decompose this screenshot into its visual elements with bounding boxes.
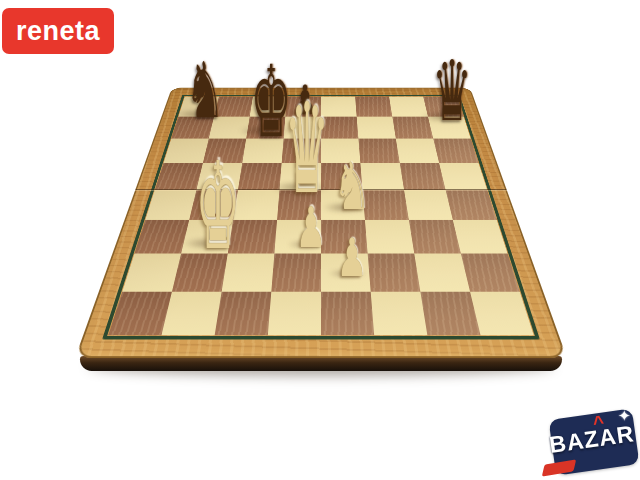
square-d3 — [274, 220, 321, 254]
square-h6 — [433, 139, 478, 163]
square-b2 — [172, 254, 228, 292]
square-f5 — [360, 163, 404, 190]
square-b4 — [189, 190, 238, 220]
square-d6 — [282, 139, 321, 163]
square-a3 — [134, 220, 189, 254]
square-f1 — [371, 292, 428, 336]
square-b7 — [209, 117, 250, 139]
square-e7 — [321, 117, 358, 139]
square-c1 — [215, 292, 272, 336]
square-e5 — [321, 163, 363, 190]
square-d2 — [271, 254, 321, 292]
square-c3 — [228, 220, 277, 254]
store-logo-badge[interactable]: reneta — [2, 8, 114, 54]
square-f7 — [357, 117, 396, 139]
square-b6 — [203, 139, 246, 163]
square-g6 — [396, 139, 439, 163]
square-e6 — [321, 139, 360, 163]
square-c6 — [242, 139, 283, 163]
square-b3 — [181, 220, 233, 254]
square-e2 — [321, 254, 371, 292]
square-b5 — [196, 163, 242, 190]
marketplace-logo[interactable]: ✦ ^ BAZAR — [546, 400, 640, 480]
square-e3 — [321, 220, 368, 254]
product-photo-canvas: reneta ♟♞♛♚♛♞♚♟♟ ✦ ^ BAZAR — [0, 0, 640, 480]
square-a5 — [155, 163, 203, 190]
square-c8 — [250, 97, 287, 117]
store-logo-text: reneta — [16, 18, 100, 45]
square-g7 — [392, 117, 433, 139]
square-d8 — [285, 97, 321, 117]
square-d5 — [279, 163, 321, 190]
square-a6 — [164, 139, 209, 163]
square-g4 — [404, 190, 453, 220]
square-d4 — [277, 190, 321, 220]
square-h7 — [428, 117, 471, 139]
square-c7 — [246, 117, 285, 139]
square-f2 — [368, 254, 421, 292]
square-e1 — [321, 292, 374, 336]
square-d7 — [284, 117, 321, 139]
square-e8 — [321, 97, 357, 117]
square-g8 — [389, 97, 428, 117]
square-d1 — [268, 292, 321, 336]
board-side-edge — [80, 356, 562, 371]
square-f4 — [363, 190, 409, 220]
square-c2 — [222, 254, 275, 292]
square-f6 — [358, 139, 399, 163]
square-h8 — [423, 97, 463, 117]
board-plane — [75, 88, 567, 358]
square-f3 — [365, 220, 414, 254]
square-c5 — [238, 163, 282, 190]
square-b8 — [214, 97, 253, 117]
square-f8 — [355, 97, 392, 117]
square-a7 — [171, 117, 214, 139]
square-e4 — [321, 190, 365, 220]
logo-red-ribbon — [542, 459, 576, 476]
square-b1 — [161, 292, 221, 336]
square-a8 — [178, 97, 218, 117]
square-g5 — [400, 163, 446, 190]
square-c4 — [233, 190, 279, 220]
square-a4 — [145, 190, 196, 220]
board-hinge-seam — [135, 189, 507, 190]
square-h5 — [439, 163, 487, 190]
